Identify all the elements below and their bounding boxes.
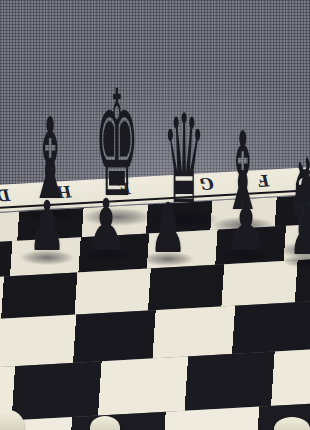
chess-set-photo: D H E G F ♝ ♚ ♛ ♝ ♞ ♟ ♟ ♟ ♟ ♟: [0, 0, 310, 430]
black-pawn: ♟: [26, 191, 68, 260]
black-pawn: ♟: [147, 193, 189, 262]
black-pawn-partial: ♟: [286, 195, 310, 264]
black-pawn: ♟: [85, 189, 127, 258]
file-letter: D: [0, 186, 12, 203]
black-pawn: ♟: [225, 189, 267, 258]
